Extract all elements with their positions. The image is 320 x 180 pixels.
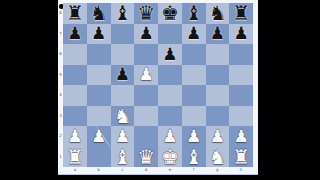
file-label-e: e	[158, 168, 182, 172]
square-c3[interactable]: ♞	[111, 106, 135, 127]
white-rook[interactable]: ♜	[66, 146, 84, 166]
board-squares: ♜♞♝♛♚♝♞♜♟♟♟♟♟♟♟♟♟♞♟♟♟♟♟♟♟♜♝♛♚♝♞♜	[63, 3, 253, 167]
file-label-h: h	[229, 168, 253, 172]
file-label-g: g	[206, 168, 230, 172]
rank-label-7: 7	[58, 32, 63, 36]
square-b7[interactable]: ♟	[87, 24, 111, 45]
black-pawn[interactable]: ♟	[162, 45, 177, 62]
square-h6[interactable]	[229, 44, 253, 65]
square-g4[interactable]	[206, 85, 230, 106]
square-e3[interactable]	[158, 106, 182, 127]
square-d3[interactable]	[134, 106, 158, 127]
square-a4[interactable]	[63, 85, 87, 106]
white-pawn[interactable]: ♟	[67, 127, 82, 144]
file-label-b: b	[87, 168, 111, 172]
white-king[interactable]: ♚	[161, 146, 179, 166]
black-king[interactable]: ♚	[161, 3, 179, 23]
square-h1[interactable]: ♜	[229, 147, 253, 168]
square-e1[interactable]: ♚	[158, 147, 182, 168]
square-b4[interactable]	[87, 85, 111, 106]
white-pawn[interactable]: ♟	[186, 127, 201, 144]
chess-board: ♜♞♝♛♚♝♞♜♟♟♟♟♟♟♟♟♟♞♟♟♟♟♟♟♟♜♝♛♚♝♞♜ 8765432…	[58, 0, 258, 175]
square-g5[interactable]	[206, 65, 230, 86]
square-c6[interactable]	[111, 44, 135, 65]
white-queen[interactable]: ♛	[137, 146, 155, 166]
square-e7[interactable]	[158, 24, 182, 45]
square-c5[interactable]: ♟	[111, 65, 135, 86]
white-pawn[interactable]: ♟	[139, 66, 154, 83]
black-pawn[interactable]: ♟	[186, 25, 201, 42]
square-g6[interactable]	[206, 44, 230, 65]
rank-label-3: 3	[58, 114, 63, 118]
black-pawn[interactable]: ♟	[234, 25, 249, 42]
square-c1[interactable]: ♝	[111, 147, 135, 168]
black-pawn[interactable]: ♟	[210, 25, 225, 42]
square-b6[interactable]	[87, 44, 111, 65]
square-h4[interactable]	[229, 85, 253, 106]
square-b2[interactable]: ♟	[87, 126, 111, 147]
square-b1[interactable]	[87, 147, 111, 168]
black-rook[interactable]: ♜	[66, 3, 84, 23]
rank-label-5: 5	[58, 73, 63, 77]
square-h5[interactable]	[229, 65, 253, 86]
square-a8[interactable]: ♜	[63, 3, 87, 24]
black-pawn[interactable]: ♟	[67, 25, 82, 42]
square-b5[interactable]	[87, 65, 111, 86]
square-h3[interactable]	[229, 106, 253, 127]
square-f6[interactable]	[182, 44, 206, 65]
square-g7[interactable]: ♟	[206, 24, 230, 45]
white-pawn[interactable]: ♟	[162, 127, 177, 144]
square-a1[interactable]: ♜	[63, 147, 87, 168]
rank-label-1: 1	[58, 155, 63, 159]
white-pawn[interactable]: ♟	[91, 127, 106, 144]
white-knight[interactable]: ♞	[113, 105, 131, 125]
square-g1[interactable]: ♞	[206, 147, 230, 168]
square-c7[interactable]	[111, 24, 135, 45]
white-rook[interactable]: ♜	[232, 146, 250, 166]
square-h8[interactable]: ♜	[229, 3, 253, 24]
file-label-f: f	[182, 168, 206, 172]
white-pawn[interactable]: ♟	[234, 127, 249, 144]
square-e4[interactable]	[158, 85, 182, 106]
rank-label-2: 2	[58, 134, 63, 138]
square-c8[interactable]: ♝	[111, 3, 135, 24]
rank-label-6: 6	[58, 52, 63, 56]
white-knight[interactable]: ♞	[208, 146, 226, 166]
square-d5[interactable]: ♟	[134, 65, 158, 86]
square-g3[interactable]	[206, 106, 230, 127]
square-f8[interactable]: ♝	[182, 3, 206, 24]
rank-label-4: 4	[58, 93, 63, 97]
black-knight[interactable]: ♞	[90, 3, 108, 23]
square-b3[interactable]	[87, 106, 111, 127]
black-rook[interactable]: ♜	[232, 3, 250, 23]
square-f4[interactable]	[182, 85, 206, 106]
square-d6[interactable]	[134, 44, 158, 65]
rank-label-8: 8	[58, 11, 63, 15]
black-bishop[interactable]: ♝	[113, 3, 131, 23]
black-bishop[interactable]: ♝	[185, 3, 203, 23]
white-bishop[interactable]: ♝	[185, 146, 203, 166]
square-e5[interactable]	[158, 65, 182, 86]
black-knight[interactable]: ♞	[208, 3, 226, 23]
white-pawn[interactable]: ♟	[115, 127, 130, 144]
square-h7[interactable]: ♟	[229, 24, 253, 45]
black-queen[interactable]: ♛	[137, 3, 155, 23]
black-pawn[interactable]: ♟	[139, 25, 154, 42]
square-f5[interactable]	[182, 65, 206, 86]
square-d8[interactable]: ♛	[134, 3, 158, 24]
file-label-d: d	[134, 168, 158, 172]
square-a6[interactable]	[63, 44, 87, 65]
square-f1[interactable]: ♝	[182, 147, 206, 168]
square-e8[interactable]: ♚	[158, 3, 182, 24]
square-f7[interactable]: ♟	[182, 24, 206, 45]
video-letterbox: { "game": "chess", "window": { "backgrou…	[0, 0, 320, 180]
square-b8[interactable]: ♞	[87, 3, 111, 24]
square-d1[interactable]: ♛	[134, 147, 158, 168]
file-label-a: a	[63, 168, 87, 172]
square-f3[interactable]	[182, 106, 206, 127]
square-g8[interactable]: ♞	[206, 3, 230, 24]
file-label-c: c	[111, 168, 135, 172]
square-a7[interactable]: ♟	[63, 24, 87, 45]
square-e6[interactable]: ♟	[158, 44, 182, 65]
square-a5[interactable]	[63, 65, 87, 86]
black-pawn[interactable]: ♟	[115, 66, 130, 83]
square-d4[interactable]	[134, 85, 158, 106]
white-bishop[interactable]: ♝	[113, 146, 131, 166]
white-pawn[interactable]: ♟	[210, 127, 225, 144]
black-pawn[interactable]: ♟	[91, 25, 106, 42]
square-a3[interactable]	[63, 106, 87, 127]
square-d7[interactable]: ♟	[134, 24, 158, 45]
